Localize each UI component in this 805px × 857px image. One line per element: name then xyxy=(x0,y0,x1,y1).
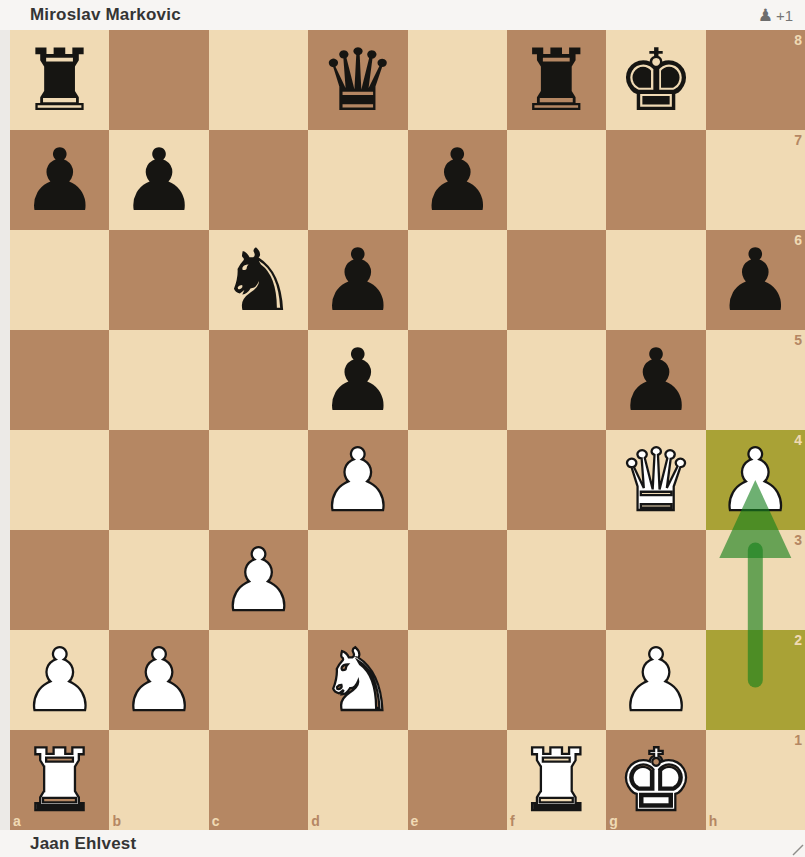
material-advantage-badge: ♟ +1 xyxy=(758,7,793,24)
square-h3[interactable]: 3 xyxy=(706,530,805,630)
white-pawn[interactable]: ♟ xyxy=(10,630,109,730)
square-a7[interactable]: ♟ xyxy=(10,130,109,230)
square-b1[interactable]: b xyxy=(109,730,208,830)
square-g8[interactable]: ♚ xyxy=(606,30,705,130)
square-h7[interactable]: 7 xyxy=(706,130,805,230)
square-e2[interactable] xyxy=(408,630,507,730)
black-pawn[interactable]: ♟ xyxy=(606,330,705,430)
white-pawn[interactable]: ♟ xyxy=(706,430,805,530)
square-b5[interactable] xyxy=(109,330,208,430)
square-g7[interactable] xyxy=(606,130,705,230)
square-b7[interactable]: ♟ xyxy=(109,130,208,230)
square-f8[interactable]: ♜ xyxy=(507,30,606,130)
square-b2[interactable]: ♟ xyxy=(109,630,208,730)
white-queen[interactable]: ♛ xyxy=(606,430,705,530)
square-g2[interactable]: ♟ xyxy=(606,630,705,730)
square-b6[interactable] xyxy=(109,230,208,330)
square-c3[interactable]: ♟ xyxy=(209,530,308,630)
file-label-d: d xyxy=(311,814,320,828)
square-d4[interactable]: ♟ xyxy=(308,430,407,530)
black-pawn[interactable]: ♟ xyxy=(308,330,407,430)
black-queen[interactable]: ♛ xyxy=(308,30,407,130)
square-a6[interactable] xyxy=(10,230,109,330)
square-g6[interactable] xyxy=(606,230,705,330)
black-pawn[interactable]: ♟ xyxy=(408,130,507,230)
square-b8[interactable] xyxy=(109,30,208,130)
square-c4[interactable] xyxy=(209,430,308,530)
square-b4[interactable] xyxy=(109,430,208,530)
square-g5[interactable]: ♟ xyxy=(606,330,705,430)
square-d1[interactable]: d xyxy=(308,730,407,830)
white-pawn[interactable]: ♟ xyxy=(308,430,407,530)
square-c7[interactable] xyxy=(209,130,308,230)
bottom-player-bar: Jaan Ehlvest xyxy=(0,830,805,857)
square-d8[interactable]: ♛ xyxy=(308,30,407,130)
black-knight[interactable]: ♞ xyxy=(209,230,308,330)
square-f7[interactable] xyxy=(507,130,606,230)
square-f5[interactable] xyxy=(507,330,606,430)
square-e6[interactable] xyxy=(408,230,507,330)
square-f2[interactable] xyxy=(507,630,606,730)
square-g4[interactable]: ♛ xyxy=(606,430,705,530)
file-label-e: e xyxy=(411,814,419,828)
black-pawn[interactable]: ♟ xyxy=(10,130,109,230)
square-a3[interactable] xyxy=(10,530,109,630)
resize-handle-icon[interactable] xyxy=(792,844,804,856)
square-d7[interactable] xyxy=(308,130,407,230)
file-label-h: h xyxy=(709,814,718,828)
black-rook[interactable]: ♜ xyxy=(10,30,109,130)
square-d5[interactable]: ♟ xyxy=(308,330,407,430)
rank-label-1: 1 xyxy=(794,733,802,747)
black-pawn[interactable]: ♟ xyxy=(308,230,407,330)
square-g3[interactable] xyxy=(606,530,705,630)
square-f4[interactable] xyxy=(507,430,606,530)
square-e4[interactable] xyxy=(408,430,507,530)
square-c5[interactable] xyxy=(209,330,308,430)
square-f3[interactable] xyxy=(507,530,606,630)
square-h5[interactable]: 5 xyxy=(706,330,805,430)
chess-app-window: Miroslav Markovic ♟ +1 ♜♛♜♚8♟♟♟7♞♟6♟♟♟5♟… xyxy=(0,0,805,857)
square-f1[interactable]: f♜ xyxy=(507,730,606,830)
file-label-b: b xyxy=(112,814,121,828)
white-rook[interactable]: ♜ xyxy=(10,730,109,830)
white-rook[interactable]: ♜ xyxy=(507,730,606,830)
chess-board: ♜♛♜♚8♟♟♟7♞♟6♟♟♟5♟♛4♟♟3♟♟♞♟2a♜bcdef♜g♚1h xyxy=(10,30,805,830)
square-h4[interactable]: 4♟ xyxy=(706,430,805,530)
black-pawn[interactable]: ♟ xyxy=(706,230,805,330)
rank-label-7: 7 xyxy=(794,133,802,147)
rank-label-5: 5 xyxy=(794,333,802,347)
file-label-c: c xyxy=(212,814,220,828)
square-h8[interactable]: 8 xyxy=(706,30,805,130)
square-a5[interactable] xyxy=(10,330,109,430)
square-e5[interactable] xyxy=(408,330,507,430)
bottom-player-name: Jaan Ehlvest xyxy=(30,834,136,854)
board-wrap: ♜♛♜♚8♟♟♟7♞♟6♟♟♟5♟♛4♟♟3♟♟♞♟2a♜bcdef♜g♚1h xyxy=(10,30,805,830)
square-c6[interactable]: ♞ xyxy=(209,230,308,330)
black-rook[interactable]: ♜ xyxy=(507,30,606,130)
white-pawn[interactable]: ♟ xyxy=(109,630,208,730)
white-pawn[interactable]: ♟ xyxy=(209,530,308,630)
rank-label-2: 2 xyxy=(794,633,802,647)
square-h2[interactable]: 2 xyxy=(706,630,805,730)
square-c8[interactable] xyxy=(209,30,308,130)
square-c1[interactable]: c xyxy=(209,730,308,830)
square-e1[interactable]: e xyxy=(408,730,507,830)
square-a1[interactable]: a♜ xyxy=(10,730,109,830)
black-pawn[interactable]: ♟ xyxy=(109,130,208,230)
pawn-icon: ♟ xyxy=(758,7,773,24)
material-advantage-value: +1 xyxy=(776,7,793,24)
black-king[interactable]: ♚ xyxy=(606,30,705,130)
white-knight[interactable]: ♞ xyxy=(308,630,407,730)
square-a2[interactable]: ♟ xyxy=(10,630,109,730)
square-d6[interactable]: ♟ xyxy=(308,230,407,330)
square-a8[interactable]: ♜ xyxy=(10,30,109,130)
square-d2[interactable]: ♞ xyxy=(308,630,407,730)
square-c2[interactable] xyxy=(209,630,308,730)
top-player-bar: Miroslav Markovic ♟ +1 xyxy=(0,0,805,30)
square-d3[interactable] xyxy=(308,530,407,630)
rank-label-3: 3 xyxy=(794,533,802,547)
square-e7[interactable]: ♟ xyxy=(408,130,507,230)
square-h6[interactable]: 6♟ xyxy=(706,230,805,330)
rank-label-8: 8 xyxy=(794,33,802,47)
white-pawn[interactable]: ♟ xyxy=(606,630,705,730)
square-e3[interactable] xyxy=(408,530,507,630)
square-a4[interactable] xyxy=(10,430,109,530)
square-b3[interactable] xyxy=(109,530,208,630)
square-e8[interactable] xyxy=(408,30,507,130)
white-king[interactable]: ♚ xyxy=(606,730,705,830)
square-h1[interactable]: 1h xyxy=(706,730,805,830)
top-player-name: Miroslav Markovic xyxy=(30,5,181,25)
square-g1[interactable]: g♚ xyxy=(606,730,705,830)
square-f6[interactable] xyxy=(507,230,606,330)
